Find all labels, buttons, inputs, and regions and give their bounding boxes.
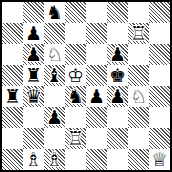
square-g6[interactable]	[128, 44, 149, 65]
square-h2[interactable]	[149, 128, 170, 149]
square-g2[interactable]	[128, 128, 149, 149]
piece-black-rook: ♜♜	[23, 65, 44, 86]
piece-white-rook: ♜♖	[128, 23, 149, 44]
square-c1[interactable]: ♝♗	[44, 149, 65, 170]
piece-white-king: ♚♔	[65, 65, 86, 86]
piece-black-king: ♚♚	[107, 65, 128, 86]
square-e7[interactable]	[86, 23, 107, 44]
square-d7[interactable]	[65, 23, 86, 44]
square-d3[interactable]	[65, 107, 86, 128]
piece-black-pawn: ♟♟	[23, 44, 44, 65]
bishop-glyph: ♗	[44, 149, 65, 170]
square-g8[interactable]	[128, 2, 149, 23]
queen-glyph: ♛	[23, 86, 44, 107]
chess-board-grid: ♞♞♟♟♜♖♟♟♞♘♟♟♜♜♝♝♚♔♚♚♜♜♛♛♞♞♟♟♟♟♞♘♟♟♜♖♝♗♝♗…	[2, 2, 170, 170]
piece-black-pawn: ♟♟	[23, 23, 44, 44]
piece-black-queen: ♛♛	[23, 86, 44, 107]
square-b7[interactable]: ♟♟	[23, 23, 44, 44]
square-a5[interactable]	[2, 65, 23, 86]
square-d2[interactable]: ♜♖	[65, 128, 86, 149]
piece-black-pawn: ♟♟	[107, 86, 128, 107]
square-e8[interactable]	[86, 2, 107, 23]
pawn-glyph: ♟	[107, 86, 128, 107]
square-g7[interactable]: ♜♖	[128, 23, 149, 44]
square-h4[interactable]	[149, 86, 170, 107]
piece-black-pawn: ♟♟	[44, 107, 65, 128]
square-d1[interactable]	[65, 149, 86, 170]
square-e3[interactable]	[86, 107, 107, 128]
piece-white-bishop: ♝♗	[44, 149, 65, 170]
square-g5[interactable]	[128, 65, 149, 86]
square-b4[interactable]: ♛♛	[23, 86, 44, 107]
square-b5[interactable]: ♜♜	[23, 65, 44, 86]
square-f6[interactable]: ♟♟	[107, 44, 128, 65]
square-a6[interactable]	[2, 44, 23, 65]
square-f5[interactable]: ♚♚	[107, 65, 128, 86]
square-c3[interactable]: ♟♟	[44, 107, 65, 128]
square-f3[interactable]	[107, 107, 128, 128]
knight-glyph: ♞	[44, 2, 65, 23]
pawn-glyph: ♟	[86, 86, 107, 107]
pawn-glyph: ♟	[107, 44, 128, 65]
square-d4[interactable]: ♞♞	[65, 86, 86, 107]
square-c4[interactable]	[44, 86, 65, 107]
pawn-glyph: ♟	[23, 44, 44, 65]
rook-glyph: ♜	[23, 65, 44, 86]
square-c2[interactable]	[44, 128, 65, 149]
piece-white-rook: ♜♖	[65, 128, 86, 149]
square-g3[interactable]	[128, 107, 149, 128]
knight-glyph: ♘	[128, 86, 149, 107]
square-d5[interactable]: ♚♔	[65, 65, 86, 86]
square-h5[interactable]	[149, 65, 170, 86]
piece-black-knight: ♞♞	[65, 86, 86, 107]
square-e6[interactable]	[86, 44, 107, 65]
rook-glyph: ♖	[65, 128, 86, 149]
square-c7[interactable]	[44, 23, 65, 44]
square-e1[interactable]	[86, 149, 107, 170]
square-a8[interactable]	[2, 2, 23, 23]
square-c8[interactable]: ♞♞	[44, 2, 65, 23]
square-e4[interactable]: ♟♟	[86, 86, 107, 107]
square-h1[interactable]: ♛♕	[149, 149, 170, 170]
square-a7[interactable]	[2, 23, 23, 44]
knight-glyph: ♘	[44, 44, 65, 65]
square-b1[interactable]: ♝♗	[23, 149, 44, 170]
square-b8[interactable]	[23, 2, 44, 23]
square-b2[interactable]	[23, 128, 44, 149]
square-d6[interactable]	[65, 44, 86, 65]
piece-white-bishop: ♝♗	[23, 149, 44, 170]
piece-black-pawn: ♟♟	[107, 44, 128, 65]
piece-black-rook: ♜♜	[2, 86, 23, 107]
square-g1[interactable]	[128, 149, 149, 170]
square-e2[interactable]	[86, 128, 107, 149]
piece-white-queen: ♛♕	[149, 149, 170, 170]
square-f2[interactable]	[107, 128, 128, 149]
pawn-glyph: ♟	[44, 107, 65, 128]
square-b6[interactable]: ♟♟	[23, 44, 44, 65]
square-h7[interactable]	[149, 23, 170, 44]
square-e5[interactable]	[86, 65, 107, 86]
square-a1[interactable]	[2, 149, 23, 170]
square-f8[interactable]	[107, 2, 128, 23]
piece-black-bishop: ♝♝	[44, 65, 65, 86]
knight-glyph: ♞	[65, 86, 86, 107]
bishop-glyph: ♗	[23, 149, 44, 170]
square-a3[interactable]	[2, 107, 23, 128]
piece-black-knight: ♞♞	[44, 2, 65, 23]
piece-white-knight: ♞♘	[44, 44, 65, 65]
square-a2[interactable]	[2, 128, 23, 149]
square-f1[interactable]	[107, 149, 128, 170]
piece-white-knight: ♞♘	[128, 86, 149, 107]
square-a4[interactable]: ♜♜	[2, 86, 23, 107]
pawn-glyph: ♟	[23, 23, 44, 44]
piece-black-pawn: ♟♟	[86, 86, 107, 107]
queen-glyph: ♕	[149, 149, 170, 170]
square-c5[interactable]: ♝♝	[44, 65, 65, 86]
square-g4[interactable]: ♞♘	[128, 86, 149, 107]
square-h3[interactable]	[149, 107, 170, 128]
rook-glyph: ♖	[128, 23, 149, 44]
square-h6[interactable]	[149, 44, 170, 65]
chess-board: ♞♞♟♟♜♖♟♟♞♘♟♟♜♜♝♝♚♔♚♚♜♜♛♛♞♞♟♟♟♟♞♘♟♟♜♖♝♗♝♗…	[0, 0, 172, 172]
square-h8[interactable]	[149, 2, 170, 23]
king-glyph: ♔	[65, 65, 86, 86]
square-b3[interactable]	[23, 107, 44, 128]
square-f7[interactable]	[107, 23, 128, 44]
king-glyph: ♚	[107, 65, 128, 86]
square-c6[interactable]: ♞♘	[44, 44, 65, 65]
square-f4[interactable]: ♟♟	[107, 86, 128, 107]
square-d8[interactable]	[65, 2, 86, 23]
rook-glyph: ♜	[2, 86, 23, 107]
bishop-glyph: ♝	[44, 65, 65, 86]
